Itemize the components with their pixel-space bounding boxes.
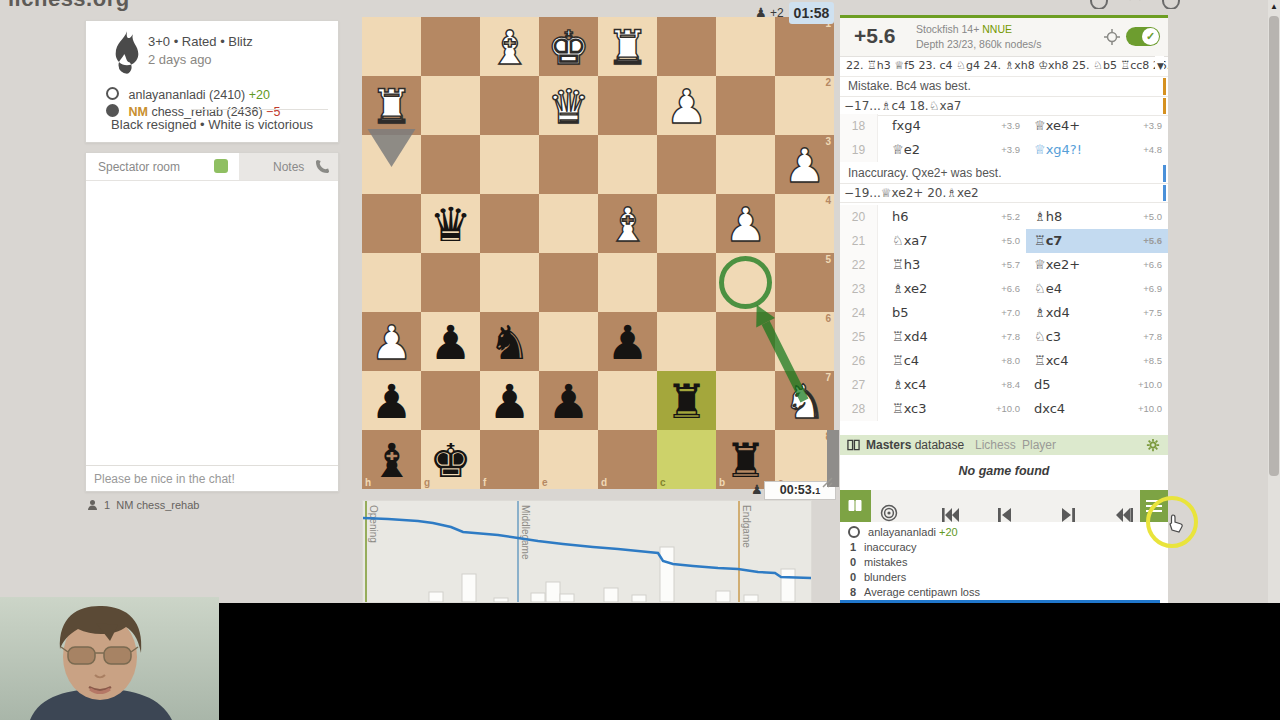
square-f7[interactable]: ♟ (480, 371, 539, 430)
movetime-bar (546, 582, 560, 602)
square-c4[interactable] (657, 194, 716, 253)
explorer-toggle-button[interactable] (840, 490, 871, 522)
top-clock: 01:58 (789, 2, 834, 24)
white-move[interactable]: ♖c4+8.0 (878, 349, 1026, 373)
square-g1[interactable] (421, 17, 480, 76)
black-move[interactable]: ♕xg4?!+4.8 (1026, 138, 1168, 162)
black-king-g8[interactable]: ♚ (421, 430, 480, 489)
black-rook-c7[interactable]: ♜ (657, 371, 716, 430)
captured-pawn-icon: ♟ (755, 5, 767, 20)
variation-line[interactable]: −17...♗c4 18.♘xa7 (840, 96, 1168, 116)
site-header: lichess.org (0, 0, 300, 11)
square-b3[interactable] (716, 135, 775, 194)
stats-rating-delta: +20 (939, 526, 958, 538)
white-knight-a7[interactable]: ♞ (775, 371, 834, 430)
stat-blunders: 0blunders (848, 571, 980, 583)
search-icon[interactable] (1090, 0, 1108, 9)
black-pawn-d6[interactable]: ♟ (598, 312, 657, 371)
spectator-list: 1 NM chess_rehab (88, 499, 199, 511)
movetime-bar (494, 598, 508, 602)
square-e4[interactable] (539, 194, 598, 253)
analysis-comment-inaccuracy: Inaccuracy. Qxe2+ was best. (840, 164, 1168, 183)
chat-input[interactable]: Please be nice in the chat! (86, 465, 338, 491)
square-f3[interactable] (480, 135, 539, 194)
movetime-bar (604, 588, 618, 602)
white-rook-d1[interactable]: ♜ (598, 17, 657, 76)
move-row-19: 19♕e2+3.9♕xg4?!+4.8 (840, 138, 1168, 162)
move-row-28: 28♖xc3+10.0dxc4+10.0 (840, 397, 1168, 421)
square-g7[interactable] (421, 371, 480, 430)
tab-masters-database[interactable]: Masters database (866, 435, 964, 455)
stat-average: 8Average centipawn loss (848, 586, 980, 598)
square-c1[interactable] (657, 17, 716, 76)
webcam-video (0, 597, 219, 720)
move-row-24: 24b5+7.0♗xd4+7.5 (840, 301, 1168, 325)
go-previous-button[interactable] (998, 499, 1011, 531)
square-f2[interactable] (480, 76, 539, 135)
black-move[interactable]: ♖xc4+8.5 (1026, 349, 1168, 373)
white-move[interactable]: h6+5.2 (878, 205, 1026, 229)
square-c8[interactable]: c (657, 430, 716, 489)
bottom-pawn-icon: ♟ (751, 482, 763, 497)
square-a1[interactable]: 1 (775, 17, 834, 76)
stat-mistakes: 0mistakes (848, 556, 980, 568)
move-number: 28 (840, 397, 878, 421)
practice-target-icon[interactable] (880, 497, 898, 529)
square-c7[interactable]: ♜ (657, 371, 716, 430)
scrollbar-thumb[interactable] (1269, 16, 1279, 476)
engine-nnue-badge: NNUE (982, 23, 1012, 35)
square-d3[interactable] (598, 135, 657, 194)
white-move[interactable]: fxg4+3.9 (878, 114, 1026, 138)
square-a2[interactable]: 2 (775, 76, 834, 135)
square-d6[interactable]: ♟ (598, 312, 657, 371)
engine-settings-icon[interactable] (1104, 29, 1120, 45)
black-move[interactable]: dxc4+10.0 (1026, 397, 1168, 421)
square-d7[interactable] (598, 371, 657, 430)
move-row-25: 25♖xd4+7.8♘c3+7.8 (840, 325, 1168, 349)
move-row-26: 26♖c4+8.0♖xc4+8.5 (840, 349, 1168, 373)
material-count: ♟ +2 (755, 5, 784, 20)
analysis-comment-mistake: Mistake. Bc4 was best. (840, 77, 1168, 96)
black-color-icon (106, 104, 119, 117)
engine-toggle-check: ✓ (1142, 28, 1159, 45)
board-resize-handle[interactable] (820, 475, 833, 488)
black-move[interactable]: ♕xe4++3.9 (1026, 114, 1168, 138)
black-bishop-h8[interactable]: ♝ (362, 430, 421, 489)
white-pawn-a3[interactable]: ♟ (775, 135, 834, 194)
engine-name: Stockfish 14+ (916, 23, 979, 35)
game-date[interactable]: 2 days ago (148, 51, 253, 69)
scrollbar-up-icon[interactable]: ▲ (1270, 2, 1278, 11)
black-pawn-h7[interactable]: ♟ (362, 371, 421, 430)
movetime-bar (531, 593, 545, 602)
engine-depth: Depth 23/23, 860k nodes/s (916, 37, 1042, 52)
white-color-icon (848, 526, 860, 538)
black-move[interactable]: ♘e4+6.9 (1026, 277, 1168, 301)
square-e3[interactable] (539, 135, 598, 194)
white-pawn-c2[interactable]: ♟ (657, 76, 716, 135)
white-player-name[interactable]: anlayananladi (2410) (128, 88, 245, 102)
move-number: 20 (840, 205, 878, 229)
black-move[interactable]: ♖c7+5.6 (1026, 229, 1168, 253)
square-a5[interactable]: 5 (775, 253, 834, 312)
move-list-part2: 20h6+5.2♗h8+5.021♘xa7+5.0♖c7+5.622♖h3+5.… (840, 205, 1168, 421)
movetime-bar (716, 591, 730, 602)
coord-rank-6: 6 (825, 313, 831, 324)
square-b5[interactable] (716, 253, 775, 312)
move-number: 26 (840, 349, 878, 373)
go-last-button[interactable] (1116, 499, 1133, 531)
chat-placeholder: Please be nice in the chat! (94, 472, 235, 486)
coord-rank-2: 2 (825, 77, 831, 88)
square-b1[interactable] (716, 17, 775, 76)
white-color-icon (106, 87, 119, 100)
chat-toggle[interactable] (214, 159, 228, 173)
white-player-row[interactable]: anlayananladi (2410) +20 (106, 87, 270, 102)
square-d2[interactable] (598, 76, 657, 135)
move-number: 25 (840, 325, 878, 349)
coord-file-d: d (601, 477, 607, 488)
black-move[interactable]: ♗xd4+7.5 (1026, 301, 1168, 325)
mistake-color-bar (1163, 98, 1166, 114)
white-move[interactable]: ♗xc4+8.4 (878, 373, 1026, 397)
square-g2[interactable] (421, 76, 480, 135)
square-d8[interactable]: d (598, 430, 657, 489)
move-list-part1: 18fxg4+3.9♕xe4++3.919♕e2+3.9♕xg4?!+4.8 (840, 114, 1168, 162)
square-a7[interactable]: 7♞ (775, 371, 834, 430)
square-f5[interactable] (480, 253, 539, 312)
square-e2[interactable]: ♛ (539, 76, 598, 135)
white-bishop-f1[interactable]: ♝ (480, 17, 539, 76)
movetime-bar (462, 574, 476, 602)
spectator-count: 1 (104, 499, 110, 511)
gear-icon[interactable] (1146, 438, 1160, 452)
square-a6[interactable]: 6 (775, 312, 834, 371)
square-a4[interactable]: 4 (775, 194, 834, 253)
white-move[interactable]: ♖h3+5.7 (878, 253, 1026, 277)
square-b6[interactable] (716, 312, 775, 371)
square-e1[interactable]: ♚ (539, 17, 598, 76)
divider (191, 109, 328, 110)
go-next-button[interactable] (1062, 499, 1075, 531)
square-h5[interactable] (362, 253, 421, 312)
lichess-analysis-page: lichess.org ▲ 3+0 • Rated • Blitz 2 days… (0, 0, 1280, 720)
game-result: Black resigned • White is victorious (86, 117, 338, 132)
explorer-empty-message: No game found (840, 455, 1168, 491)
square-c2[interactable]: ♟ (657, 76, 716, 135)
movetime-bar (429, 592, 443, 602)
black-pawn-f7[interactable]: ♟ (480, 371, 539, 430)
square-c3[interactable] (657, 135, 716, 194)
black-move[interactable]: ♘c3+7.8 (1026, 325, 1168, 349)
square-f1[interactable]: ♝ (480, 17, 539, 76)
move-row-22: 22♖h3+5.7♕xe2++6.6 (840, 253, 1168, 277)
bell-icon[interactable] (1162, 0, 1180, 9)
move-row-23: 23♗xe2+6.6♘e4+6.9 (840, 277, 1168, 301)
square-b4[interactable]: ♟ (716, 194, 775, 253)
menu-button[interactable] (1140, 490, 1168, 522)
move-row-20: 20h6+5.2♗h8+5.0 (840, 205, 1168, 229)
white-pawn-h6[interactable]: ♟ (362, 312, 421, 371)
square-e5[interactable] (539, 253, 598, 312)
chat-card: Spectator room Notes Please be nice in t… (85, 152, 339, 492)
movetime-bar (781, 569, 795, 602)
white-move[interactable]: ♖xc3+10.0 (878, 397, 1026, 421)
move-number: 24 (840, 301, 878, 325)
challenge-icon[interactable] (1128, 0, 1142, 6)
square-d1[interactable]: ♜ (598, 17, 657, 76)
white-move[interactable]: ♘xa7+5.0 (878, 229, 1026, 253)
game-phase-graph[interactable]: OpeningMiddlegameEndgame (362, 500, 812, 603)
square-c6[interactable] (657, 312, 716, 371)
phone-icon[interactable] (315, 159, 330, 174)
page-scrollbar[interactable]: ▲ (1268, 0, 1280, 603)
spectator-name[interactable]: NM chess_rehab (116, 499, 199, 511)
square-h6[interactable]: ♟ (362, 312, 421, 371)
phase-label: Middlegame (520, 505, 531, 560)
player-accuracy-stats: anlayananladi +20 1inaccuracy0mistakes0b… (848, 526, 980, 601)
square-f6[interactable]: ♞ (480, 312, 539, 371)
square-c5[interactable] (657, 253, 716, 312)
coord-rank-5: 5 (825, 254, 831, 265)
square-h7[interactable]: ♟ (362, 371, 421, 430)
black-move[interactable]: d5+10.0 (1026, 373, 1168, 397)
move-row-18: 18fxg4+3.9♕xe4++3.9 (840, 114, 1168, 138)
tab-lichess[interactable]: Lichess (975, 435, 1016, 455)
square-h3[interactable] (362, 135, 421, 194)
site-logo[interactable]: lichess.org (8, 0, 130, 11)
chat-tabs: Spectator room Notes (86, 153, 338, 181)
engine-box: +5.6 Stockfish 14+ NNUE Depth 23/23, 860… (840, 18, 1168, 57)
square-a3[interactable]: 3♟ (775, 135, 834, 194)
square-d4[interactable]: ♝ (598, 194, 657, 253)
chat-messages (86, 180, 338, 466)
pv-expand-icon[interactable]: ▼ (1155, 56, 1164, 76)
white-move[interactable]: ♗xe2+6.6 (878, 277, 1026, 301)
move-number: 18 (840, 114, 878, 138)
tab-spectator-room[interactable]: Spectator room (98, 160, 180, 174)
square-e7[interactable]: ♟ (539, 371, 598, 430)
white-move[interactable]: ♖xd4+7.8 (878, 325, 1026, 349)
inaccuracy-color-bar (1163, 185, 1166, 201)
game-mode: 3+0 • Rated • Blitz (148, 33, 253, 51)
engine-pv-line[interactable]: 22. ♖h3 ♕f5 23. c4 ♘g4 24. ♗xh8 ♔xh8 25.… (840, 56, 1168, 77)
square-g8[interactable]: g♚ (421, 430, 480, 489)
square-g4[interactable]: ♛ (421, 194, 480, 253)
phase-label: Opening (368, 505, 379, 543)
black-move[interactable]: ♗h8+5.0 (1026, 205, 1168, 229)
square-g5[interactable] (421, 253, 480, 312)
black-pawn-e7[interactable]: ♟ (539, 371, 598, 430)
white-move[interactable]: b5+7.0 (878, 301, 1026, 325)
tab-notes[interactable]: Notes (239, 153, 338, 180)
movetime-bar (660, 547, 674, 602)
coord-file-c: c (660, 477, 666, 488)
square-f8[interactable]: f (480, 430, 539, 489)
white-rating-delta: +20 (249, 88, 270, 102)
chess-board[interactable]: ♝♚♜1♜♛♟23♟♛♝♟45♟♟♞♟6♟♟♟♜7♞h♝g♚fedcb♜8a (362, 17, 834, 489)
analysis-panel: +5.6 Stockfish 14+ NNUE Depth 23/23, 860… (840, 15, 1168, 603)
square-f4[interactable] (480, 194, 539, 253)
square-b2[interactable] (716, 76, 775, 135)
white-pawn-b4[interactable]: ♟ (716, 194, 775, 253)
square-b7[interactable] (716, 371, 775, 430)
move-row-27: 27♗xc4+8.4d5+10.0 (840, 373, 1168, 397)
engine-toggle[interactable]: ✓ (1126, 27, 1160, 46)
black-knight-f6[interactable]: ♞ (480, 312, 539, 371)
coord-rank-4: 4 (825, 195, 831, 206)
move-number: 22 (840, 253, 878, 277)
movetime-bar (744, 595, 758, 602)
stats-player-name[interactable]: anlayananladi (868, 526, 936, 538)
square-e6[interactable] (539, 312, 598, 371)
mistake-color-bar (1163, 78, 1166, 95)
black-queen-g4[interactable]: ♛ (421, 194, 480, 253)
move-row-21: 21♘xa7+5.0♖c7+5.6 (840, 229, 1168, 253)
square-h8[interactable]: h♝ (362, 430, 421, 489)
move-number: 23 (840, 277, 878, 301)
tab-player[interactable]: Player (1022, 435, 1056, 455)
movetime-bar (632, 595, 646, 602)
game-info-card: 3+0 • Rated • Blitz 2 days ago anlayanan… (85, 20, 339, 143)
mouse-cursor (1168, 514, 1184, 534)
analysis-nav-bar (840, 490, 1168, 522)
person-icon (88, 500, 97, 510)
book-icon (847, 439, 860, 451)
black-move[interactable]: ♕xe2++6.6 (1026, 253, 1168, 277)
square-h2[interactable]: ♜ (362, 76, 421, 135)
coord-file-e: e (542, 477, 548, 488)
engine-eval: +5.6 (854, 24, 895, 48)
move-number: 21 (840, 229, 878, 253)
coord-file-f: f (483, 477, 486, 488)
square-h1[interactable] (362, 17, 421, 76)
move-number: 19 (840, 138, 878, 162)
white-rook-h2[interactable]: ♜ (362, 76, 421, 135)
opening-explorer-bar: Masters database Lichess Player (840, 435, 1168, 455)
move-number: 27 (840, 373, 878, 397)
square-h4[interactable] (362, 194, 421, 253)
phase-label: Endgame (741, 505, 752, 548)
square-g6[interactable]: ♟ (421, 312, 480, 371)
white-queen-e2[interactable]: ♛ (539, 76, 598, 135)
square-g3[interactable] (421, 135, 480, 194)
movetime-bar (560, 594, 574, 602)
blitz-flame-icon (110, 31, 144, 77)
inaccuracy-color-bar (1163, 165, 1166, 182)
white-bishop-d4[interactable]: ♝ (598, 194, 657, 253)
hamburger-icon (1146, 500, 1162, 512)
stat-inaccuracy: 1inaccuracy (848, 541, 980, 553)
black-pawn-g6[interactable]: ♟ (421, 312, 480, 371)
white-move[interactable]: ♕e2+3.9 (878, 138, 1026, 162)
white-king-e1[interactable]: ♚ (539, 17, 598, 76)
square-d5[interactable] (598, 253, 657, 312)
header-icons (1080, 0, 1190, 9)
variation-line[interactable]: −19...♕xe2+ 20.♗xe2 (840, 183, 1168, 203)
square-e8[interactable]: e (539, 430, 598, 489)
